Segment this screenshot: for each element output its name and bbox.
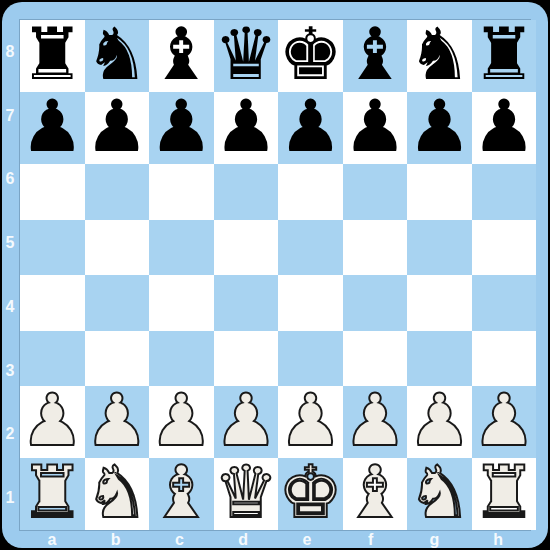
file-label-a: a [20, 530, 84, 550]
file-label-b: b [84, 530, 148, 550]
square-f4[interactable] [343, 275, 408, 331]
square-d5[interactable] [214, 220, 279, 276]
square-h6[interactable] [472, 164, 537, 220]
piece-black-bishop[interactable]: ♝ [343, 18, 408, 90]
square-b2[interactable]: ♟ [85, 386, 150, 458]
square-g2[interactable]: ♟ [407, 386, 472, 458]
square-b5[interactable] [85, 220, 150, 276]
square-e8[interactable]: ♚ [278, 20, 343, 92]
square-d6[interactable] [214, 164, 279, 220]
piece-white-pawn[interactable]: ♟ [149, 384, 214, 456]
rank-label-5: 5 [0, 211, 20, 275]
square-h2[interactable]: ♟ [472, 386, 537, 458]
square-d2[interactable]: ♟ [214, 386, 279, 458]
square-g6[interactable] [407, 164, 472, 220]
square-c8[interactable]: ♝ [149, 20, 214, 92]
square-e2[interactable]: ♟ [278, 386, 343, 458]
chess-app: ♜♞♝♛♚♝♞♜♟♟♟♟♟♟♟♟♟♟♟♟♟♟♟♟♜♞♝♛♚♝♞♜ 8 7 6 5… [0, 0, 550, 550]
rank-label-2: 2 [0, 403, 20, 467]
square-f5[interactable] [343, 220, 408, 276]
piece-black-knight[interactable]: ♞ [85, 18, 150, 90]
piece-white-pawn[interactable]: ♟ [214, 384, 279, 456]
square-b1[interactable]: ♞ [85, 458, 150, 530]
piece-black-rook[interactable]: ♜ [20, 18, 85, 90]
square-c2[interactable]: ♟ [149, 386, 214, 458]
rank-label-6: 6 [0, 148, 20, 212]
piece-white-pawn[interactable]: ♟ [407, 384, 472, 456]
file-labels: a b c d e f g h [20, 530, 530, 550]
piece-white-pawn[interactable]: ♟ [278, 384, 343, 456]
piece-black-pawn[interactable]: ♟ [407, 90, 472, 162]
piece-white-pawn[interactable]: ♟ [472, 384, 537, 456]
square-d8[interactable]: ♛ [214, 20, 279, 92]
piece-black-pawn[interactable]: ♟ [343, 90, 408, 162]
square-d7[interactable]: ♟ [214, 92, 279, 164]
piece-white-queen[interactable]: ♛ [214, 456, 279, 528]
file-label-g: g [403, 530, 467, 550]
piece-white-pawn[interactable]: ♟ [85, 384, 150, 456]
piece-white-rook[interactable]: ♜ [20, 456, 85, 528]
square-g1[interactable]: ♞ [407, 458, 472, 530]
square-b6[interactable] [85, 164, 150, 220]
piece-white-pawn[interactable]: ♟ [343, 384, 408, 456]
piece-white-bishop[interactable]: ♝ [343, 456, 408, 528]
piece-black-pawn[interactable]: ♟ [278, 90, 343, 162]
square-f7[interactable]: ♟ [343, 92, 408, 164]
square-d4[interactable] [214, 275, 279, 331]
square-a1[interactable]: ♜ [20, 458, 85, 530]
square-h1[interactable]: ♜ [472, 458, 537, 530]
square-c5[interactable] [149, 220, 214, 276]
square-f6[interactable] [343, 164, 408, 220]
piece-white-king[interactable]: ♚ [278, 456, 343, 528]
square-h4[interactable] [472, 275, 537, 331]
file-label-f: f [339, 530, 403, 550]
chess-board[interactable]: ♜♞♝♛♚♝♞♜♟♟♟♟♟♟♟♟♟♟♟♟♟♟♟♟♜♞♝♛♚♝♞♜ [20, 20, 530, 530]
square-e7[interactable]: ♟ [278, 92, 343, 164]
file-label-c: c [148, 530, 212, 550]
square-c6[interactable] [149, 164, 214, 220]
square-e1[interactable]: ♚ [278, 458, 343, 530]
rank-label-3: 3 [0, 339, 20, 403]
rank-label-8: 8 [0, 20, 20, 84]
piece-black-bishop[interactable]: ♝ [149, 18, 214, 90]
square-a6[interactable] [20, 164, 85, 220]
square-c7[interactable]: ♟ [149, 92, 214, 164]
square-c4[interactable] [149, 275, 214, 331]
piece-black-queen[interactable]: ♛ [214, 18, 279, 90]
piece-white-rook[interactable]: ♜ [472, 456, 537, 528]
square-f2[interactable]: ♟ [343, 386, 408, 458]
square-b8[interactable]: ♞ [85, 20, 150, 92]
rank-label-1: 1 [0, 466, 20, 530]
file-label-e: e [275, 530, 339, 550]
square-g7[interactable]: ♟ [407, 92, 472, 164]
piece-white-knight[interactable]: ♞ [407, 456, 472, 528]
square-b7[interactable]: ♟ [85, 92, 150, 164]
square-f1[interactable]: ♝ [343, 458, 408, 530]
square-a7[interactable]: ♟ [20, 92, 85, 164]
file-label-h: h [466, 530, 530, 550]
piece-black-knight[interactable]: ♞ [407, 18, 472, 90]
file-label-d: d [211, 530, 275, 550]
rank-label-4: 4 [0, 275, 20, 339]
square-e6[interactable] [278, 164, 343, 220]
piece-black-pawn[interactable]: ♟ [472, 90, 537, 162]
square-a5[interactable] [20, 220, 85, 276]
square-f8[interactable]: ♝ [343, 20, 408, 92]
square-b4[interactable] [85, 275, 150, 331]
square-a4[interactable] [20, 275, 85, 331]
square-h7[interactable]: ♟ [472, 92, 537, 164]
piece-white-knight[interactable]: ♞ [85, 456, 150, 528]
rank-labels: 8 7 6 5 4 3 2 1 [0, 20, 20, 530]
piece-white-bishop[interactable]: ♝ [149, 456, 214, 528]
square-d1[interactable]: ♛ [214, 458, 279, 530]
square-a2[interactable]: ♟ [20, 386, 85, 458]
piece-black-pawn[interactable]: ♟ [85, 90, 150, 162]
piece-black-rook[interactable]: ♜ [472, 18, 537, 90]
square-e4[interactable] [278, 275, 343, 331]
piece-black-pawn[interactable]: ♟ [20, 90, 85, 162]
square-g5[interactable] [407, 220, 472, 276]
piece-black-pawn[interactable]: ♟ [214, 90, 279, 162]
piece-white-pawn[interactable]: ♟ [20, 384, 85, 456]
piece-black-king[interactable]: ♚ [278, 18, 343, 90]
piece-black-pawn[interactable]: ♟ [149, 90, 214, 162]
square-h5[interactable] [472, 220, 537, 276]
square-a8[interactable]: ♜ [20, 20, 85, 92]
square-g8[interactable]: ♞ [407, 20, 472, 92]
square-h8[interactable]: ♜ [472, 20, 537, 92]
square-g4[interactable] [407, 275, 472, 331]
square-e5[interactable] [278, 220, 343, 276]
rank-label-7: 7 [0, 84, 20, 148]
square-c1[interactable]: ♝ [149, 458, 214, 530]
